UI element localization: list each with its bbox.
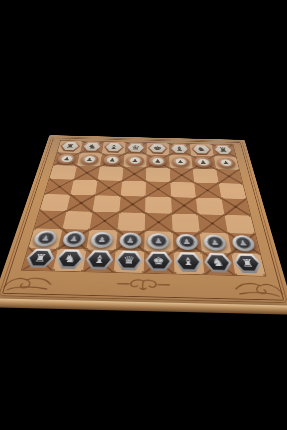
square-e1[interactable]: ♚ [144, 251, 174, 274]
pawn-glyph: ♟ [154, 159, 161, 164]
piece-black-pawn-b7[interactable]: ♟ [80, 154, 100, 165]
piece-black-knight-b8[interactable]: ♞ [81, 141, 103, 152]
pawn-glyph: ♟ [86, 157, 94, 162]
square-h1[interactable]: ♜ [231, 253, 265, 276]
token-top-face: ♟ [179, 236, 195, 248]
square-a7[interactable]: ♟ [53, 152, 79, 165]
piece-black-pawn-e7[interactable]: ♟ [149, 156, 167, 167]
square-a5[interactable] [45, 179, 74, 195]
king-glyph: ♚ [153, 145, 162, 151]
square-e6[interactable] [146, 167, 170, 182]
token-top-face: ♜ [27, 251, 53, 266]
token-top-face: ♞ [57, 251, 82, 266]
square-g1[interactable]: ♞ [202, 252, 235, 275]
rook-glyph: ♜ [218, 147, 228, 153]
square-e4[interactable] [145, 197, 171, 214]
token-top-face: ♟ [151, 235, 166, 247]
token-top-face: ♞ [193, 145, 210, 154]
square-c3[interactable] [90, 212, 119, 231]
token-top-face: ♟ [122, 234, 138, 246]
rook-glyph: ♜ [33, 253, 48, 264]
piece-white-pawn-b2[interactable]: ♟ [61, 231, 86, 247]
pawn-glyph: ♟ [126, 237, 135, 244]
square-e7[interactable]: ♟ [146, 155, 169, 168]
square-f8[interactable]: ♝ [168, 143, 191, 155]
square-h8[interactable]: ♜ [211, 144, 235, 157]
square-d7[interactable]: ♟ [123, 154, 147, 167]
piece-white-knight-g1[interactable]: ♞ [203, 252, 233, 272]
square-e8[interactable]: ♚ [147, 143, 169, 155]
token-top-face: ♟ [129, 157, 142, 165]
piece-black-rook-a8[interactable]: ♜ [59, 141, 82, 152]
piece-white-king-e1[interactable]: ♚ [145, 251, 173, 271]
pawn-glyph: ♟ [97, 236, 106, 243]
square-g8[interactable]: ♞ [190, 144, 214, 157]
pawn-glyph: ♟ [69, 235, 79, 242]
square-b8[interactable]: ♞ [80, 141, 104, 153]
square-c2[interactable]: ♟ [86, 230, 117, 250]
corner-flourish-icon [0, 275, 55, 294]
bishop-glyph: ♝ [175, 146, 184, 152]
token-top-face: ♟ [37, 232, 55, 243]
king-glyph: ♚ [153, 256, 165, 267]
photo-background: ♜♞♝♛♚♝♞♜♟♟♟♟♟♟♟♟♟♟♟♟♟♟♟♟♜♞♝♛♚♝♞♜ [0, 0, 287, 430]
piece-white-knight-b1[interactable]: ♞ [54, 249, 85, 269]
corner-flourish-icon [232, 280, 286, 299]
token-top-face: ♟ [197, 158, 210, 166]
piece-black-pawn-a7[interactable]: ♟ [57, 153, 77, 164]
square-b6[interactable] [73, 166, 99, 180]
square-g2[interactable]: ♟ [200, 232, 231, 253]
square-c1[interactable]: ♝ [83, 250, 115, 273]
piece-white-pawn-f2[interactable]: ♟ [176, 233, 199, 250]
queen-glyph: ♛ [131, 145, 140, 151]
piece-white-bishop-f1[interactable]: ♝ [174, 252, 203, 272]
piece-white-pawn-h2[interactable]: ♟ [231, 235, 256, 252]
square-e5[interactable] [146, 181, 171, 197]
square-d4[interactable] [119, 196, 146, 213]
square-d3[interactable] [117, 212, 145, 231]
token-top-face: ♟ [94, 234, 111, 246]
token-top-face: ♜ [235, 255, 260, 271]
square-c4[interactable] [92, 195, 120, 212]
square-c7[interactable]: ♟ [100, 153, 124, 166]
piece-black-rook-h8[interactable]: ♜ [212, 144, 234, 155]
chess-board: ♜♞♝♛♚♝♞♜♟♟♟♟♟♟♟♟♟♟♟♟♟♟♟♟♜♞♝♛♚♝♞♜ [0, 135, 287, 307]
square-g5[interactable] [194, 183, 221, 199]
square-g7[interactable]: ♟ [191, 156, 216, 169]
square-b4[interactable] [66, 195, 95, 212]
token-top-face: ♝ [177, 254, 200, 270]
pawn-glyph: ♟ [63, 156, 71, 161]
pawn-glyph: ♟ [131, 158, 138, 163]
square-c5[interactable] [95, 180, 122, 196]
token-top-face: ♝ [171, 145, 188, 154]
square-c6[interactable] [98, 166, 123, 180]
square-e3[interactable] [145, 213, 173, 232]
piece-black-knight-g8[interactable]: ♞ [191, 144, 213, 155]
pawn-glyph: ♟ [238, 239, 248, 246]
square-h4[interactable] [221, 198, 250, 215]
square-c8[interactable]: ♝ [102, 142, 125, 154]
knight-glyph: ♞ [87, 144, 97, 150]
piece-black-pawn-g7[interactable]: ♟ [194, 157, 213, 168]
token-top-face: ♛ [118, 253, 141, 268]
square-f4[interactable] [171, 197, 198, 214]
pawn-glyph: ♟ [210, 239, 220, 246]
square-b1[interactable]: ♞ [52, 249, 86, 272]
pawn-glyph: ♟ [40, 234, 50, 241]
pawn-glyph: ♟ [154, 237, 163, 244]
square-b7[interactable]: ♟ [77, 153, 102, 166]
pawn-glyph: ♟ [109, 158, 116, 163]
square-b2[interactable]: ♟ [57, 229, 89, 249]
square-h5[interactable] [218, 183, 246, 199]
piece-black-pawn-c7[interactable]: ♟ [103, 155, 122, 166]
square-d6[interactable] [122, 167, 146, 182]
piece-white-pawn-d2[interactable]: ♟ [119, 232, 142, 248]
square-g4[interactable] [196, 198, 224, 215]
token-top-face: ♚ [150, 144, 166, 153]
piece-black-pawn-f7[interactable]: ♟ [171, 156, 189, 167]
token-top-face: ♜ [214, 146, 232, 155]
knight-glyph: ♞ [211, 257, 225, 268]
piece-black-king-e8[interactable]: ♚ [147, 143, 168, 154]
square-e2[interactable]: ♟ [144, 231, 173, 252]
token-top-face: ♟ [152, 157, 164, 165]
square-f3[interactable] [171, 214, 199, 233]
token-top-face: ♞ [206, 255, 230, 271]
token-top-face: ♟ [83, 156, 97, 164]
square-f6[interactable] [169, 168, 194, 183]
rook-glyph: ♜ [240, 258, 255, 269]
square-b5[interactable] [70, 180, 98, 196]
bishop-glyph: ♝ [109, 144, 119, 150]
token-top-face: ♜ [61, 142, 79, 151]
square-f2[interactable]: ♟ [172, 232, 202, 253]
token-top-face: ♚ [148, 253, 170, 268]
square-d2[interactable]: ♟ [115, 230, 144, 251]
center-scroll-ornament-icon [115, 278, 171, 291]
token-top-face: ♟ [60, 155, 74, 163]
piece-white-pawn-g2[interactable]: ♟ [203, 234, 227, 251]
token-top-face: ♟ [106, 156, 119, 164]
square-h6[interactable] [216, 169, 243, 184]
token-top-face: ♞ [83, 142, 101, 151]
square-g6[interactable] [193, 169, 219, 184]
piece-white-rook-a1[interactable]: ♜ [24, 248, 57, 268]
token-top-face: ♟ [219, 159, 233, 167]
bishop-glyph: ♝ [93, 254, 107, 265]
piece-white-pawn-c2[interactable]: ♟ [90, 231, 114, 247]
pawn-glyph: ♟ [222, 160, 230, 165]
square-d5[interactable] [120, 181, 146, 197]
square-f7[interactable]: ♟ [169, 155, 193, 168]
piece-black-pawn-h7[interactable]: ♟ [216, 157, 236, 168]
square-f5[interactable] [170, 182, 196, 198]
token-top-face: ♟ [65, 233, 82, 245]
piece-white-bishop-c1[interactable]: ♝ [84, 250, 114, 270]
square-h2[interactable]: ♟ [227, 233, 260, 254]
pawn-glyph: ♟ [182, 238, 191, 245]
square-a8[interactable]: ♜ [57, 141, 82, 153]
piece-black-queen-d8[interactable]: ♛ [125, 142, 146, 153]
square-a4[interactable] [40, 194, 70, 211]
knight-glyph: ♞ [63, 253, 77, 264]
queen-glyph: ♛ [123, 255, 136, 266]
board-grid: ♜♞♝♛♚♝♞♜♟♟♟♟♟♟♟♟♟♟♟♟♟♟♟♟♜♞♝♛♚♝♞♜ [22, 141, 265, 276]
piece-white-queen-d1[interactable]: ♛ [115, 250, 143, 270]
token-top-face: ♟ [234, 237, 252, 249]
square-f1[interactable]: ♝ [173, 252, 204, 275]
piece-white-pawn-e2[interactable]: ♟ [148, 233, 170, 250]
square-d1[interactable]: ♛ [113, 250, 144, 273]
pawn-glyph: ♟ [199, 160, 207, 165]
token-top-face: ♝ [88, 252, 112, 267]
square-a3[interactable] [34, 210, 66, 229]
piece-white-pawn-a2[interactable]: ♟ [33, 230, 59, 246]
square-g3[interactable] [198, 214, 228, 233]
token-top-face: ♛ [127, 143, 144, 152]
square-d8[interactable]: ♛ [124, 142, 147, 154]
knight-glyph: ♞ [196, 146, 206, 152]
token-top-face: ♝ [105, 143, 122, 152]
square-b3[interactable] [62, 211, 92, 230]
board-assembly: ♜♞♝♛♚♝♞♜♟♟♟♟♟♟♟♟♟♟♟♟♟♟♟♟♜♞♝♛♚♝♞♜ [0, 0, 287, 430]
token-top-face: ♟ [207, 236, 224, 248]
square-h3[interactable] [224, 215, 255, 234]
pawn-glyph: ♟ [177, 159, 184, 164]
bishop-glyph: ♝ [182, 256, 195, 267]
square-a6[interactable] [49, 165, 76, 179]
rook-glyph: ♜ [65, 143, 76, 149]
piece-white-rook-h1[interactable]: ♜ [232, 253, 264, 273]
square-h7[interactable]: ♟ [213, 156, 239, 170]
piece-black-bishop-c8[interactable]: ♝ [103, 142, 125, 153]
piece-black-bishop-f8[interactable]: ♝ [169, 143, 190, 154]
token-top-face: ♟ [174, 158, 187, 166]
piece-black-pawn-d7[interactable]: ♟ [126, 155, 144, 166]
